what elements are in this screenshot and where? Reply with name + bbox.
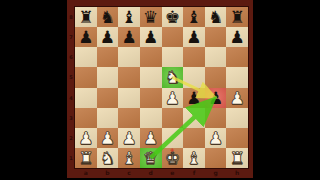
square-h3[interactable] <box>226 108 248 128</box>
rank-label-7: 7 <box>67 27 75 47</box>
white-pawn: ♟ <box>226 88 248 108</box>
file-label-f: f <box>183 168 205 178</box>
square-d3[interactable] <box>140 108 162 128</box>
file-labels: abcdefgh <box>75 168 248 178</box>
file-label-c: c <box>118 168 140 178</box>
square-h7[interactable]: ♟ <box>226 27 248 47</box>
square-b3[interactable] <box>97 108 119 128</box>
black-pawn: ♟ <box>183 27 205 47</box>
black-pawn: ♟ <box>205 88 227 108</box>
square-g8[interactable]: ♞ <box>205 7 227 27</box>
square-g2[interactable]: ♟ <box>205 128 227 148</box>
black-rook: ♜ <box>75 7 97 27</box>
white-bishop: ♝ <box>183 148 205 168</box>
square-g5[interactable] <box>205 67 227 87</box>
square-e7[interactable] <box>162 27 184 47</box>
file-label-d: d <box>140 168 162 178</box>
white-pawn: ♟ <box>118 128 140 148</box>
white-queen: ♛ <box>140 148 162 168</box>
square-a2[interactable]: ♟ <box>75 128 97 148</box>
letterbox-left <box>0 0 67 180</box>
black-bishop: ♝ <box>183 7 205 27</box>
rank-label-2: 2 <box>67 128 75 148</box>
square-c2[interactable]: ♟ <box>118 128 140 148</box>
square-e8[interactable]: ♚ <box>162 7 184 27</box>
king-red-cross: + <box>170 147 175 153</box>
file-label-h: h <box>226 168 248 178</box>
square-e1[interactable]: ♚+ <box>162 148 184 168</box>
square-b8[interactable]: ♞ <box>97 7 119 27</box>
white-knight: ♞ <box>97 148 119 168</box>
square-g1[interactable] <box>205 148 227 168</box>
playing-area: ♜♞♝♛♚♝♞♜♟♟♟♟♟♟♞♟♟♟♟♟♟♟♟♟♜♞♝♛♚+♝♜ <box>75 7 248 168</box>
square-d6[interactable] <box>140 47 162 67</box>
square-a1[interactable]: ♜ <box>75 148 97 168</box>
square-f7[interactable]: ♟ <box>183 27 205 47</box>
square-e2[interactable] <box>162 128 184 148</box>
square-h2[interactable] <box>226 128 248 148</box>
square-c6[interactable] <box>118 47 140 67</box>
square-g3[interactable] <box>205 108 227 128</box>
file-label-b: b <box>97 168 119 178</box>
black-knight: ♞ <box>205 7 227 27</box>
square-a8[interactable]: ♜ <box>75 7 97 27</box>
rank-label-6: 6 <box>67 47 75 67</box>
black-pawn: ♟ <box>226 27 248 47</box>
square-d5[interactable] <box>140 67 162 87</box>
square-a7[interactable]: ♟ <box>75 27 97 47</box>
square-f2[interactable] <box>183 128 205 148</box>
square-f4[interactable]: ♟ <box>183 88 205 108</box>
square-h4[interactable]: ♟ <box>226 88 248 108</box>
black-pawn: ♟ <box>75 27 97 47</box>
rank-label-1: 1 <box>67 148 75 168</box>
square-e5[interactable]: ♞ <box>162 67 184 87</box>
black-pawn: ♟ <box>97 27 119 47</box>
square-c7[interactable]: ♟ <box>118 27 140 47</box>
rank-labels: 87654321 <box>67 7 75 168</box>
square-d4[interactable] <box>140 88 162 108</box>
white-rook: ♜ <box>75 148 97 168</box>
square-b7[interactable]: ♟ <box>97 27 119 47</box>
square-a3[interactable] <box>75 108 97 128</box>
rank-label-3: 3 <box>67 108 75 128</box>
black-knight: ♞ <box>97 7 119 27</box>
square-d1[interactable]: ♛ <box>140 148 162 168</box>
rank-label-4: 4 <box>67 88 75 108</box>
square-b5[interactable] <box>97 67 119 87</box>
square-h1[interactable]: ♜ <box>226 148 248 168</box>
square-a4[interactable] <box>75 88 97 108</box>
white-pawn: ♟ <box>140 128 162 148</box>
white-bishop: ♝ <box>118 148 140 168</box>
square-h5[interactable] <box>226 67 248 87</box>
square-e4[interactable]: ♟ <box>162 88 184 108</box>
square-g4[interactable]: ♟ <box>205 88 227 108</box>
square-g6[interactable] <box>205 47 227 67</box>
black-king: ♚ <box>162 7 184 27</box>
white-pawn: ♟ <box>97 128 119 148</box>
square-b2[interactable]: ♟ <box>97 128 119 148</box>
square-b6[interactable] <box>97 47 119 67</box>
square-c1[interactable]: ♝ <box>118 148 140 168</box>
square-e3[interactable] <box>162 108 184 128</box>
letterbox-right <box>253 0 320 180</box>
black-queen: ♛ <box>140 7 162 27</box>
square-g7[interactable] <box>205 27 227 47</box>
black-pawn: ♟ <box>118 27 140 47</box>
square-f1[interactable]: ♝ <box>183 148 205 168</box>
file-label-g: g <box>205 168 227 178</box>
square-b1[interactable]: ♞ <box>97 148 119 168</box>
chess-board: 87654321 abcdefgh ♜♞♝♛♚♝♞♜♟♟♟♟♟♟♞♟♟♟♟♟♟♟… <box>67 0 253 178</box>
square-d8[interactable]: ♛ <box>140 7 162 27</box>
square-c4[interactable] <box>118 88 140 108</box>
black-rook: ♜ <box>226 7 248 27</box>
square-f3[interactable] <box>183 108 205 128</box>
video-frame: 87654321 abcdefgh ♜♞♝♛♚♝♞♜♟♟♟♟♟♟♞♟♟♟♟♟♟♟… <box>0 0 320 180</box>
square-h6[interactable] <box>226 47 248 67</box>
black-bishop: ♝ <box>118 7 140 27</box>
square-f6[interactable] <box>183 47 205 67</box>
square-a5[interactable] <box>75 67 97 87</box>
squares-grid: ♜♞♝♛♚♝♞♜♟♟♟♟♟♟♞♟♟♟♟♟♟♟♟♟♜♞♝♛♚+♝♜ <box>75 7 248 168</box>
square-h8[interactable]: ♜ <box>226 7 248 27</box>
square-d7[interactable]: ♟ <box>140 27 162 47</box>
square-a6[interactable] <box>75 47 97 67</box>
white-pawn: ♟ <box>75 128 97 148</box>
file-label-e: e <box>162 168 184 178</box>
square-f8[interactable]: ♝ <box>183 7 205 27</box>
square-e6[interactable] <box>162 47 184 67</box>
rank-label-5: 5 <box>67 67 75 87</box>
file-label-a: a <box>75 168 97 178</box>
white-pawn: ♟ <box>205 128 227 148</box>
square-f5[interactable] <box>183 67 205 87</box>
square-d2[interactable]: ♟ <box>140 128 162 148</box>
white-rook: ♜ <box>226 148 248 168</box>
square-c8[interactable]: ♝ <box>118 7 140 27</box>
black-pawn: ♟ <box>183 88 205 108</box>
square-c3[interactable] <box>118 108 140 128</box>
white-pawn: ♟ <box>162 88 184 108</box>
rank-label-8: 8 <box>67 7 75 27</box>
white-knight: ♞ <box>162 67 184 87</box>
square-b4[interactable] <box>97 88 119 108</box>
black-pawn: ♟ <box>140 27 162 47</box>
square-c5[interactable] <box>118 67 140 87</box>
